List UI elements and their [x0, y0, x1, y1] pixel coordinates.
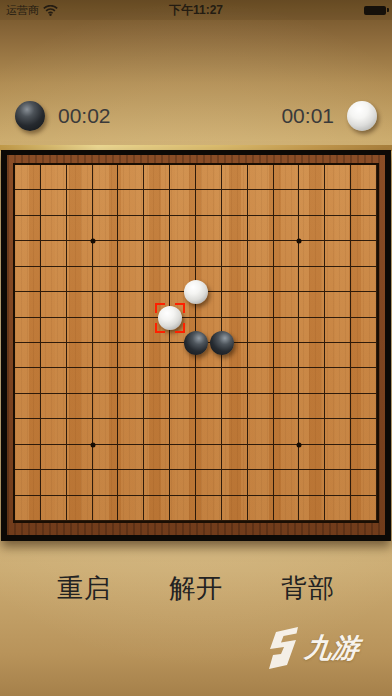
- app-screen: 运营商 下午11:27 00:02 00:01 重: [0, 0, 392, 696]
- black-stone[interactable]: [184, 331, 208, 355]
- black-timer-group: 00:02: [15, 101, 111, 131]
- white-timer-group: 00:01: [281, 101, 377, 131]
- white-timer-label: 00:01: [281, 104, 334, 128]
- white-stone[interactable]: [184, 280, 208, 304]
- timer-row: 00:02 00:01: [0, 99, 392, 133]
- go-board: [1, 150, 391, 541]
- jiuyou-logo: 九游: [266, 627, 359, 669]
- black-stone-icon: [15, 101, 45, 131]
- back-button[interactable]: 背部: [281, 571, 335, 606]
- black-timer-label: 00:02: [58, 104, 111, 128]
- restart-button[interactable]: 重启: [57, 571, 111, 606]
- white-stone[interactable]: [158, 306, 182, 330]
- jiuyou-logo-mark: [266, 627, 300, 669]
- undo-button[interactable]: 解开: [169, 571, 223, 606]
- battery-icon: [364, 6, 386, 15]
- star-point: [90, 239, 95, 244]
- jiuyou-logo-text: 九游: [303, 630, 361, 666]
- black-stone[interactable]: [210, 331, 234, 355]
- star-point: [297, 442, 302, 447]
- star-point: [297, 239, 302, 244]
- white-stone-icon: [347, 101, 377, 131]
- button-bar: 重启 解开 背部: [0, 568, 392, 608]
- board-overlay: [15, 165, 377, 521]
- clock-label: 下午11:27: [0, 2, 392, 19]
- board-field[interactable]: [13, 163, 379, 523]
- status-bar: 运营商 下午11:27: [0, 0, 392, 20]
- star-point: [90, 442, 95, 447]
